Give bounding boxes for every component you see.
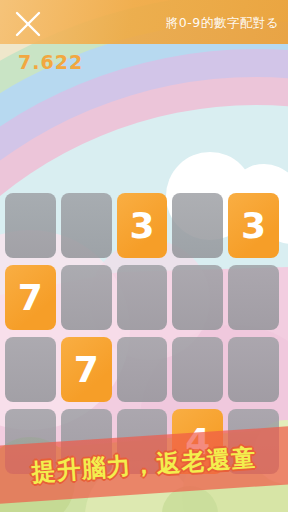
tile-r2c2[interactable] xyxy=(61,265,112,330)
tile-r2c1[interactable]: 7 xyxy=(5,265,56,330)
tile-r1c2[interactable] xyxy=(61,193,112,258)
tile-r1c5[interactable]: 3 xyxy=(228,193,279,258)
tile-r1c1[interactable] xyxy=(5,193,56,258)
tile-r2c4[interactable] xyxy=(172,265,223,330)
app-screen: 33774 提升腦力，返老還童 將0-9的數字配對る 7.622 xyxy=(0,0,288,512)
close-button[interactable] xyxy=(13,9,43,39)
tile-number: 3 xyxy=(241,208,266,244)
tile-number: 7 xyxy=(18,280,43,316)
tile-r3c2[interactable]: 7 xyxy=(61,337,112,402)
tile-r1c3[interactable]: 3 xyxy=(117,193,168,258)
tile-r3c3[interactable] xyxy=(117,337,168,402)
tile-r3c1[interactable] xyxy=(5,337,56,402)
tile-number: 3 xyxy=(129,208,154,244)
tile-r3c4[interactable] xyxy=(172,337,223,402)
tile-r1c4[interactable] xyxy=(172,193,223,258)
top-bar: 將0-9的數字配對る xyxy=(0,0,288,44)
tile-r3c5[interactable] xyxy=(228,337,279,402)
promo-banner-text: 提升腦力，返老還童 xyxy=(31,442,258,489)
score-value: 7.622 xyxy=(18,51,83,73)
tile-r2c5[interactable] xyxy=(228,265,279,330)
tile-r2c3[interactable] xyxy=(117,265,168,330)
close-icon xyxy=(15,11,41,37)
page-title: 將0-9的數字配對る xyxy=(166,0,279,44)
tile-number: 7 xyxy=(74,352,99,388)
